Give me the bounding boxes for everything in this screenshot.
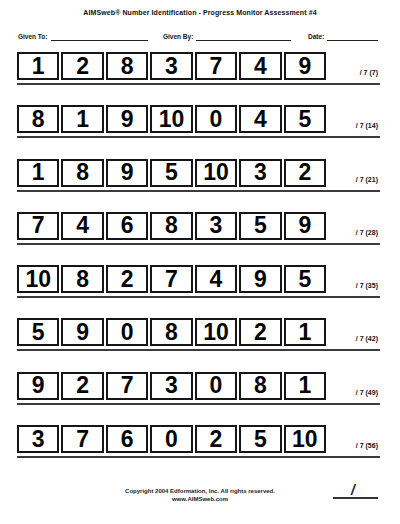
- number-row-cells: 81910045: [17, 105, 326, 133]
- date-field: Date:: [308, 33, 378, 41]
- number-cell: 4: [195, 265, 237, 293]
- number-cell: 6: [106, 425, 148, 453]
- number-row: 59081021 / 7 (42): [17, 318, 380, 351]
- number-cell: 8: [61, 265, 103, 293]
- number-cell: 9: [61, 318, 103, 346]
- number-cell: 4: [239, 105, 281, 133]
- number-row-cells: 7468359: [17, 212, 326, 240]
- number-cell: 2: [239, 318, 281, 346]
- row-score-line: [17, 190, 380, 192]
- number-cell: 10: [284, 425, 326, 453]
- number-cell: 3: [239, 159, 281, 187]
- number-cell: 8: [150, 212, 192, 240]
- number-cell: 3: [150, 372, 192, 400]
- number-cell: 9: [106, 159, 148, 187]
- given-by-label: Given By:: [163, 33, 193, 41]
- number-cell: 5: [284, 265, 326, 293]
- row-score-blank: / 7 (7): [360, 69, 378, 76]
- number-cell: 10: [17, 265, 59, 293]
- number-cell: 7: [61, 425, 103, 453]
- number-cell: 8: [17, 105, 59, 133]
- number-cell: 1: [284, 318, 326, 346]
- row-score-line: [17, 136, 380, 138]
- number-rows: 1283749 / 7 (7) 81910045 / 7 (14) 189510…: [17, 52, 380, 458]
- number-cell: 9: [106, 105, 148, 133]
- number-cell: 10: [150, 105, 192, 133]
- number-cell: 1: [284, 372, 326, 400]
- number-row: 37602510 / 7 (56): [17, 425, 380, 458]
- number-cell: 2: [195, 425, 237, 453]
- number-cell: 9: [239, 265, 281, 293]
- total-score-blank: /: [333, 484, 378, 500]
- page-title: AIMSweb® Number Identification - Progres…: [0, 9, 400, 16]
- number-row: 7468359 / 7 (28): [17, 212, 380, 245]
- number-cell: 5: [17, 318, 59, 346]
- number-cell: 0: [195, 105, 237, 133]
- number-cell: 5: [284, 105, 326, 133]
- number-row-cells: 59081021: [17, 318, 326, 346]
- number-cell: 10: [195, 318, 237, 346]
- number-cell: 5: [239, 425, 281, 453]
- number-cell: 8: [106, 52, 148, 80]
- row-score-line: [17, 243, 380, 245]
- date-label: Date:: [308, 33, 324, 41]
- row-score-blank: / 7 (56): [356, 442, 378, 449]
- row-score-line: [17, 403, 380, 405]
- row-score-blank: / 7 (21): [356, 176, 378, 183]
- number-cell: 9: [284, 52, 326, 80]
- number-row-cells: 18951032: [17, 159, 326, 187]
- number-cell: 0: [106, 318, 148, 346]
- number-cell: 4: [61, 212, 103, 240]
- row-score-blank: / 7 (28): [356, 229, 378, 236]
- given-to-label: Given To:: [18, 33, 48, 41]
- number-cell: 0: [195, 372, 237, 400]
- number-cell: 0: [150, 425, 192, 453]
- total-score-line: [333, 497, 378, 499]
- total-score-slash: /: [351, 482, 355, 498]
- number-cell: 7: [17, 212, 59, 240]
- number-row-cells: 37602510: [17, 425, 326, 453]
- number-cell: 3: [17, 425, 59, 453]
- number-cell: 7: [106, 372, 148, 400]
- number-cell: 5: [150, 159, 192, 187]
- number-cell: 4: [239, 52, 281, 80]
- number-cell: 6: [106, 212, 148, 240]
- number-cell: 9: [284, 212, 326, 240]
- number-cell: 3: [150, 52, 192, 80]
- number-cell: 2: [106, 265, 148, 293]
- number-cell: 10: [195, 159, 237, 187]
- number-cell: 8: [239, 372, 281, 400]
- number-cell: 2: [61, 372, 103, 400]
- row-score-line: [17, 456, 380, 458]
- row-score-blank: / 7 (49): [356, 389, 378, 396]
- number-cell: 2: [61, 52, 103, 80]
- row-score-blank: / 7 (14): [356, 122, 378, 129]
- number-row: 1283749 / 7 (7): [17, 52, 380, 85]
- number-row: 81910045 / 7 (14): [17, 105, 380, 138]
- number-cell: 8: [150, 318, 192, 346]
- number-cell: 5: [239, 212, 281, 240]
- number-cell: 1: [61, 105, 103, 133]
- given-by-blank-line: [196, 33, 291, 41]
- number-row: 10827495 / 7 (35): [17, 265, 380, 298]
- number-cell: 1: [17, 159, 59, 187]
- given-to-field: Given To:: [18, 33, 148, 41]
- number-cell: 7: [195, 52, 237, 80]
- number-cell: 8: [61, 159, 103, 187]
- number-row-cells: 1283749: [17, 52, 326, 80]
- number-cell: 2: [284, 159, 326, 187]
- row-score-blank: / 7 (35): [356, 282, 378, 289]
- number-row: 18951032 / 7 (21): [17, 159, 380, 192]
- given-by-field: Given By:: [163, 33, 291, 41]
- number-row-cells: 10827495: [17, 265, 326, 293]
- row-score-line: [17, 296, 380, 298]
- given-to-blank-line: [51, 33, 148, 41]
- date-blank-line: [327, 33, 378, 41]
- number-cell: 3: [195, 212, 237, 240]
- worksheet-page: AIMSweb® Number Identification - Progres…: [0, 0, 400, 524]
- number-cell: 1: [17, 52, 59, 80]
- row-score-line: [17, 349, 380, 351]
- row-score-line: [17, 83, 380, 85]
- number-cell: 9: [17, 372, 59, 400]
- number-cell: 7: [150, 265, 192, 293]
- row-score-blank: / 7 (42): [356, 335, 378, 342]
- number-row: 9273081 / 7 (49): [17, 372, 380, 405]
- number-row-cells: 9273081: [17, 372, 326, 400]
